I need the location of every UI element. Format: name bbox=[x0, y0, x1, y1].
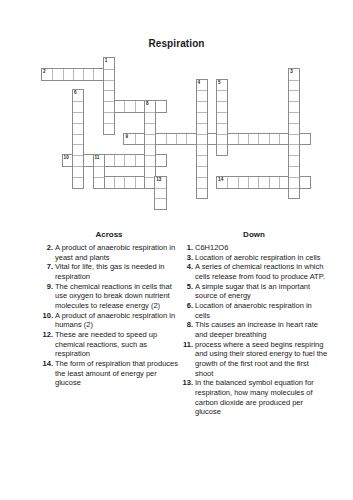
grid-cell[interactable] bbox=[114, 101, 124, 112]
down-clue: 5.A simple sugar that is an important so… bbox=[180, 282, 328, 301]
grid-cell[interactable] bbox=[104, 177, 114, 188]
clue-text: Location of aerobic respiration in cells bbox=[195, 253, 328, 263]
clue-text: process where a seed begins respiring an… bbox=[195, 340, 328, 379]
clue-number: 9. bbox=[40, 282, 55, 311]
clue-number: 1. bbox=[180, 243, 195, 253]
grid-cell[interactable] bbox=[94, 166, 104, 177]
grid-cell[interactable] bbox=[166, 134, 176, 145]
clue-number: 13. bbox=[180, 378, 195, 417]
grid-cell[interactable] bbox=[124, 134, 134, 145]
down-word-6 bbox=[72, 89, 84, 188]
grid-cell[interactable] bbox=[248, 134, 258, 145]
grid-cell[interactable] bbox=[73, 69, 83, 80]
grid-cell[interactable] bbox=[299, 177, 309, 188]
grid-cell[interactable] bbox=[289, 144, 299, 155]
grid-cell[interactable] bbox=[52, 69, 62, 80]
clue-number: 11. bbox=[180, 340, 195, 379]
down-clues-column: Down 1.C6H12O63.Location of aerobic resp… bbox=[180, 230, 328, 417]
clue-number: 12. bbox=[40, 330, 55, 359]
grid-cell[interactable] bbox=[73, 144, 83, 155]
across-clue: 7.Vital for life, this gas is needed in … bbox=[40, 262, 178, 281]
grid-cell[interactable] bbox=[145, 134, 155, 145]
grid-cell[interactable] bbox=[73, 90, 83, 101]
grid-cell[interactable] bbox=[104, 69, 114, 80]
grid-cell[interactable] bbox=[104, 80, 114, 91]
grid-cell[interactable] bbox=[155, 198, 165, 209]
clue-text: A series of chemical reactions in which … bbox=[195, 262, 328, 281]
grid-cell[interactable] bbox=[289, 155, 299, 166]
grid-cell[interactable] bbox=[289, 90, 299, 101]
clue-number: 6. bbox=[180, 301, 195, 320]
clue-number: 4. bbox=[180, 262, 195, 281]
grid-cell[interactable] bbox=[289, 188, 299, 199]
clue-text: A product of anaerobic respiration in ye… bbox=[55, 243, 178, 262]
grid-cell[interactable] bbox=[299, 134, 309, 145]
grid-cell[interactable] bbox=[63, 69, 73, 80]
grid-cell[interactable] bbox=[238, 177, 248, 188]
clue-text: The form of respiration that produces th… bbox=[55, 359, 178, 388]
grid-cell[interactable] bbox=[258, 177, 268, 188]
clue-text: These are needed to speed up chemical re… bbox=[55, 330, 178, 359]
grid-cell[interactable] bbox=[73, 112, 83, 123]
across-clue-list: 2.A product of anaerobic respiration in … bbox=[40, 243, 178, 388]
grid-cell[interactable] bbox=[197, 123, 207, 134]
grid-cell[interactable] bbox=[145, 155, 155, 166]
grid-cell[interactable] bbox=[124, 101, 134, 112]
grid-cell[interactable] bbox=[94, 177, 104, 188]
grid-cell[interactable] bbox=[104, 123, 114, 134]
clue-text: A product of anaerobic respiration in hu… bbox=[55, 311, 178, 330]
clue-text: Location of anaerobic respiration in cel… bbox=[195, 301, 328, 320]
clue-text: Vital for life, this gas is needed in re… bbox=[55, 262, 178, 281]
down-word-1 bbox=[103, 57, 115, 135]
grid-cell[interactable] bbox=[197, 101, 207, 112]
down-word-3 bbox=[288, 68, 300, 200]
grid-cell[interactable] bbox=[197, 166, 207, 177]
down-clue: 6.Location of anaerobic respiration in c… bbox=[180, 301, 328, 320]
grid-cell[interactable] bbox=[197, 134, 207, 145]
grid-cell[interactable] bbox=[155, 188, 165, 199]
grid-cell[interactable] bbox=[217, 123, 227, 134]
grid-cell[interactable] bbox=[145, 123, 155, 134]
clue-number: 5. bbox=[180, 282, 195, 301]
across-clue: 9.The chemical reactions in cells that u… bbox=[40, 282, 178, 311]
grid-cell[interactable] bbox=[227, 134, 237, 145]
grid-cell[interactable] bbox=[258, 134, 268, 145]
down-clue: 4.A series of chemical reactions in whic… bbox=[180, 262, 328, 281]
grid-cell[interactable] bbox=[248, 177, 258, 188]
down-clue: 11.process where a seed begins respiring… bbox=[180, 340, 328, 379]
grid-cell[interactable] bbox=[104, 101, 114, 112]
across-clue: 10.A product of anaerobic respiration in… bbox=[40, 311, 178, 330]
down-clue: 1.C6H12O6 bbox=[180, 243, 328, 253]
grid-cell[interactable] bbox=[155, 155, 165, 166]
grid-cell[interactable] bbox=[289, 112, 299, 123]
across-clue: 2.A product of anaerobic respiration in … bbox=[40, 243, 178, 262]
down-word-11 bbox=[93, 154, 105, 188]
clue-number: 7. bbox=[40, 262, 55, 281]
clue-text: C6H12O6 bbox=[195, 243, 328, 253]
grid-cell[interactable] bbox=[145, 112, 155, 123]
grid-cell[interactable] bbox=[104, 155, 114, 166]
across-clues-column: Across 2.A product of anaerobic respirat… bbox=[40, 230, 178, 388]
crossword-grid[interactable]: 2791012141345681113 bbox=[42, 58, 312, 210]
grid-cell[interactable] bbox=[289, 166, 299, 177]
down-clue: 3.Location of aerobic respiration in cel… bbox=[180, 253, 328, 263]
grid-cell[interactable] bbox=[217, 144, 227, 155]
grid-cell[interactable] bbox=[197, 188, 207, 199]
clue-number: 8. bbox=[180, 320, 195, 339]
clue-text: This causes an increase in heart rate an… bbox=[195, 320, 328, 339]
grid-cell[interactable] bbox=[42, 69, 52, 80]
grid-cell[interactable] bbox=[176, 134, 186, 145]
clue-text: A simple sugar that is an important sour… bbox=[195, 282, 328, 301]
down-word-13 bbox=[154, 176, 166, 210]
down-word-5 bbox=[216, 79, 228, 157]
clue-text: In the balanced symbol equation for resp… bbox=[195, 378, 328, 417]
clue-number: 10. bbox=[40, 311, 55, 330]
grid-cell[interactable] bbox=[289, 101, 299, 112]
grid-cell[interactable] bbox=[197, 155, 207, 166]
clue-text: The chemical reactions in cells that use… bbox=[55, 282, 178, 311]
grid-cell[interactable] bbox=[83, 69, 93, 80]
grid-cell[interactable] bbox=[197, 112, 207, 123]
across-clue: 12.These are needed to speed up chemical… bbox=[40, 330, 178, 359]
down-clue-list: 1.C6H12O63.Location of aerobic respirati… bbox=[180, 243, 328, 417]
grid-cell[interactable] bbox=[269, 177, 279, 188]
grid-cell[interactable] bbox=[217, 112, 227, 123]
down-word-4 bbox=[196, 79, 208, 200]
down-clue: 8.This causes an increase in heart rate … bbox=[180, 320, 328, 339]
grid-cell[interactable] bbox=[217, 177, 227, 188]
grid-cell[interactable] bbox=[197, 144, 207, 155]
grid-cell[interactable] bbox=[104, 58, 114, 69]
grid-cell[interactable] bbox=[238, 134, 248, 145]
grid-cell[interactable] bbox=[124, 155, 134, 166]
clue-number: 14. bbox=[40, 359, 55, 388]
grid-cell[interactable] bbox=[289, 69, 299, 80]
grid-cell[interactable] bbox=[269, 134, 279, 145]
grid-cell[interactable] bbox=[289, 123, 299, 134]
grid-cell[interactable] bbox=[155, 101, 165, 112]
clue-number: 2. bbox=[40, 243, 55, 262]
down-header: Down bbox=[180, 230, 328, 239]
grid-cell[interactable] bbox=[104, 90, 114, 101]
page-title: Respiration bbox=[0, 38, 353, 49]
across-header: Across bbox=[40, 230, 178, 239]
grid-cell[interactable] bbox=[289, 134, 299, 145]
grid-cell[interactable] bbox=[289, 80, 299, 91]
grid-cell[interactable] bbox=[73, 166, 83, 177]
grid-cell[interactable] bbox=[197, 177, 207, 188]
across-clue: 14.The form of respiration that produces… bbox=[40, 359, 178, 388]
down-clue: 13.In the balanced symbol equation for r… bbox=[180, 378, 328, 417]
grid-cell[interactable] bbox=[114, 155, 124, 166]
grid-cell[interactable] bbox=[114, 177, 124, 188]
grid-cell[interactable] bbox=[145, 101, 155, 112]
grid-cell[interactable] bbox=[227, 177, 237, 188]
grid-cell[interactable] bbox=[197, 90, 207, 101]
grid-cell[interactable] bbox=[124, 177, 134, 188]
grid-cell[interactable] bbox=[145, 144, 155, 155]
grid-cell[interactable] bbox=[94, 155, 104, 166]
grid-cell[interactable] bbox=[217, 90, 227, 101]
clue-number: 3. bbox=[180, 253, 195, 263]
grid-cell[interactable] bbox=[104, 112, 114, 123]
grid-cell[interactable] bbox=[217, 101, 227, 112]
grid-cell[interactable] bbox=[73, 177, 83, 188]
grid-cell[interactable] bbox=[289, 177, 299, 188]
grid-cell[interactable] bbox=[155, 134, 165, 145]
grid-cell[interactable] bbox=[217, 80, 227, 91]
grid-cell[interactable] bbox=[73, 155, 83, 166]
grid-cell[interactable] bbox=[155, 177, 165, 188]
grid-cell[interactable] bbox=[73, 101, 83, 112]
grid-cell[interactable] bbox=[73, 134, 83, 145]
grid-cell[interactable] bbox=[73, 123, 83, 134]
grid-cell[interactable] bbox=[197, 80, 207, 91]
grid-cell[interactable] bbox=[217, 134, 227, 145]
